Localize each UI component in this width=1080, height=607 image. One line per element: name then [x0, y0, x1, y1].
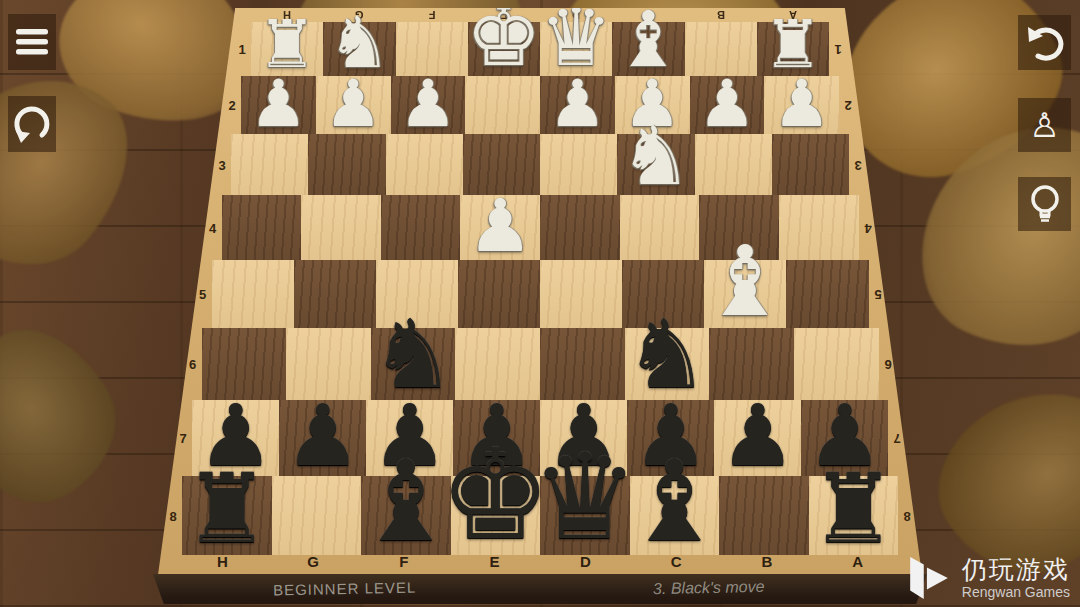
undo-icon	[1025, 25, 1065, 61]
square-g2[interactable]: ♟	[316, 76, 391, 134]
square-e5[interactable]	[458, 260, 540, 328]
piece-black-R-h8[interactable]: ♜	[184, 461, 270, 557]
square-a5[interactable]	[786, 260, 868, 328]
board-rank-8: 8♜♝♚♛♝♜8	[182, 476, 898, 555]
piece-white-P-d2[interactable]: ♟	[548, 71, 606, 136]
square-d4[interactable]	[540, 195, 620, 260]
hint-button[interactable]	[1018, 177, 1071, 231]
square-d3[interactable]	[540, 134, 617, 195]
file-label-bottom-G: G	[268, 553, 359, 571]
board-front-edge: BEGINNER LEVEL 3. Black's move	[153, 574, 927, 604]
square-a4[interactable]	[779, 195, 859, 260]
board-frame: HGFEDCBA 1♜♞♚♛♝♜12♟♟♟♟♟♟♟23♞34♟45♝56♞♞67…	[158, 8, 922, 575]
board-rank-5: 5♝5	[212, 260, 869, 328]
rank-label-left-2: 2	[224, 98, 240, 113]
piece-white-P-h2[interactable]: ♟	[249, 71, 307, 136]
piece-white-B-b5[interactable]: ♝	[702, 233, 789, 330]
rank-label-left-4: 4	[205, 220, 221, 235]
square-a2[interactable]: ♟	[764, 76, 839, 134]
square-g4[interactable]	[301, 195, 381, 260]
watermark-cn: 仍玩游戏	[962, 556, 1070, 584]
rengwan-logo-icon	[906, 555, 952, 601]
watermark: 仍玩游戏 Rengwan Games	[906, 555, 1070, 601]
piece-white-P-f2[interactable]: ♟	[399, 71, 457, 136]
chess-board: HGFEDCBA 1♜♞♚♛♝♜12♟♟♟♟♟♟♟23♞34♟45♝56♞♞67…	[145, 8, 935, 604]
lightbulb-icon	[1028, 184, 1062, 224]
rank-label-right-5: 5	[870, 287, 886, 302]
square-h4[interactable]	[222, 195, 302, 260]
rank-label-right-3: 3	[850, 157, 866, 172]
square-g8[interactable]	[272, 476, 362, 555]
rank-label-right-7: 7	[889, 431, 905, 446]
rank-label-left-7: 7	[175, 431, 191, 446]
square-b2[interactable]: ♟	[690, 76, 765, 134]
square-e4[interactable]: ♟	[460, 195, 540, 260]
rank-label-left-6: 6	[185, 357, 201, 372]
square-h3[interactable]	[231, 134, 308, 195]
file-label-top-B: B	[685, 8, 757, 22]
square-f4[interactable]	[381, 195, 461, 260]
square-g5[interactable]	[294, 260, 376, 328]
level-label: BEGINNER LEVEL	[273, 579, 417, 599]
rank-label-left-3: 3	[214, 157, 230, 172]
square-d8[interactable]: ♛	[540, 476, 630, 555]
player-mode-button[interactable]: ♙	[1018, 98, 1071, 152]
square-h5[interactable]	[212, 260, 294, 328]
square-b5[interactable]: ♝	[704, 260, 786, 328]
square-d2[interactable]: ♟	[540, 76, 615, 134]
square-c8[interactable]: ♝	[630, 476, 720, 555]
pawn-icon: ♙	[1029, 108, 1059, 142]
board-rank-3: 3♞3	[231, 134, 849, 195]
file-label-bottom-B: B	[722, 553, 813, 571]
move-status: 3. Black's move	[653, 578, 765, 598]
square-c3[interactable]: ♞	[617, 134, 694, 195]
square-g7[interactable]: ♟	[279, 400, 366, 476]
rotate-board-button[interactable]	[8, 96, 56, 152]
undo-button[interactable]	[1018, 15, 1071, 70]
piece-white-P-g2[interactable]: ♟	[324, 71, 382, 136]
rank-label-right-2: 2	[840, 98, 856, 113]
hamburger-icon	[15, 27, 49, 57]
square-f8[interactable]: ♝	[361, 476, 451, 555]
square-d5[interactable]	[540, 260, 622, 328]
watermark-en: Rengwan Games	[962, 584, 1070, 600]
square-a3[interactable]	[772, 134, 849, 195]
rank-label-right-4: 4	[860, 220, 876, 235]
square-g3[interactable]	[308, 134, 385, 195]
square-b8[interactable]	[719, 476, 809, 555]
square-e1[interactable]: ♚	[468, 22, 540, 76]
piece-white-P-b2[interactable]: ♟	[698, 71, 756, 136]
piece-black-P-b7[interactable]: ♟	[719, 393, 795, 478]
square-c4[interactable]	[620, 195, 700, 260]
menu-button[interactable]	[8, 14, 56, 70]
rank-label-right-6: 6	[880, 357, 896, 372]
piece-white-K-e1[interactable]: ♚	[466, 0, 542, 78]
rank-label-right-1: 1	[830, 42, 846, 57]
piece-white-N-c3[interactable]: ♞	[620, 116, 693, 197]
square-h8[interactable]: ♜	[182, 476, 272, 555]
piece-black-Q-d8[interactable]: ♛	[531, 438, 638, 557]
square-b3[interactable]	[695, 134, 772, 195]
square-e8[interactable]: ♚	[451, 476, 541, 555]
rank-label-left-8: 8	[165, 508, 181, 523]
piece-black-R-a8[interactable]: ♜	[810, 461, 896, 557]
piece-black-P-g7[interactable]: ♟	[284, 393, 360, 478]
rank-label-left-5: 5	[195, 287, 211, 302]
file-label-top-F: F	[396, 8, 468, 22]
piece-white-P-e4[interactable]: ♟	[467, 189, 532, 262]
rank-label-right-8: 8	[899, 508, 915, 523]
square-b7[interactable]: ♟	[714, 400, 801, 476]
square-f3[interactable]	[386, 134, 463, 195]
rotate-icon	[13, 105, 51, 143]
rank-label-left-1: 1	[234, 42, 250, 57]
autumn-leaf	[0, 304, 142, 526]
square-a8[interactable]: ♜	[809, 476, 899, 555]
square-h2[interactable]: ♟	[241, 76, 316, 134]
square-f2[interactable]: ♟	[391, 76, 466, 134]
piece-black-B-c8[interactable]: ♝	[624, 445, 724, 557]
piece-white-P-a2[interactable]: ♟	[772, 71, 830, 136]
